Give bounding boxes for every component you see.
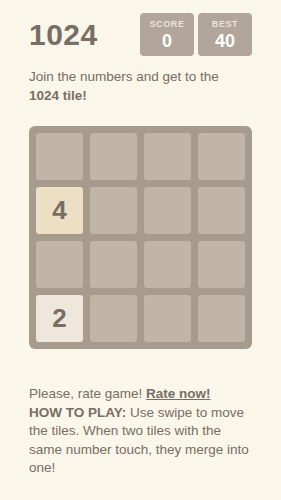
empty-cell xyxy=(144,295,191,342)
empty-cell xyxy=(144,241,191,288)
rate-text: Please, rate game! xyxy=(29,386,146,401)
empty-cell xyxy=(90,295,137,342)
empty-cell xyxy=(198,187,245,234)
empty-cell xyxy=(90,187,137,234)
score-label: SCORE xyxy=(149,19,184,30)
empty-cell xyxy=(198,133,245,180)
best-box: BEST 40 xyxy=(198,13,252,56)
empty-cell xyxy=(144,133,191,180)
best-value: 40 xyxy=(215,30,235,52)
intro-text: Join the numbers and get to the 1024 til… xyxy=(29,67,252,105)
howto-label: HOW TO PLAY: xyxy=(29,405,126,420)
rate-now-link[interactable]: Rate now! xyxy=(146,386,211,401)
best-label: BEST xyxy=(212,19,238,30)
board[interactable]: 42 xyxy=(29,126,252,349)
empty-cell xyxy=(198,241,245,288)
empty-cell xyxy=(36,241,83,288)
intro-text-goal: 1024 tile! xyxy=(29,88,87,103)
score-value: 0 xyxy=(162,30,172,52)
game-page: 1024 SCORE 0 BEST 40 Join the numbers an… xyxy=(0,0,281,500)
score-box: SCORE 0 xyxy=(140,13,194,56)
empty-cell xyxy=(90,133,137,180)
intro-text-regular: Join the numbers and get to the xyxy=(29,69,219,84)
howto-line: HOW TO PLAY: Use swipe to move the tiles… xyxy=(29,404,252,478)
tile-2: 2 xyxy=(36,295,83,342)
footer: Please, rate game! Rate now! HOW TO PLAY… xyxy=(29,385,252,478)
header: 1024 SCORE 0 BEST 40 xyxy=(29,13,252,57)
tile-4: 4 xyxy=(36,187,83,234)
rate-line: Please, rate game! Rate now! xyxy=(29,385,252,404)
empty-cell xyxy=(198,295,245,342)
game-title: 1024 xyxy=(29,13,98,57)
empty-cell xyxy=(36,133,83,180)
empty-cell xyxy=(144,187,191,234)
score-container: SCORE 0 BEST 40 xyxy=(140,13,252,56)
empty-cell xyxy=(90,241,137,288)
